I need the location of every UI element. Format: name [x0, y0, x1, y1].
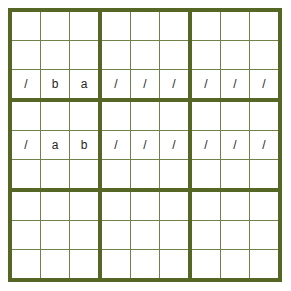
cell-r8c5[interactable]	[131, 221, 159, 249]
box-1-2: ///	[102, 12, 188, 98]
cell-r3c7[interactable]: /	[192, 70, 220, 98]
cell-r6c5[interactable]	[131, 160, 159, 188]
cell-r7c6[interactable]	[160, 192, 188, 220]
cell-r7c1[interactable]	[12, 192, 40, 220]
cell-r9c9[interactable]	[250, 250, 278, 278]
cell-r3c6[interactable]: /	[160, 70, 188, 98]
cell-r9c6[interactable]	[160, 250, 188, 278]
cell-r3c5[interactable]: /	[131, 70, 159, 98]
box-3-2	[102, 192, 188, 278]
cell-r5c3[interactable]: b	[70, 131, 98, 159]
puzzle-page: /ba///////ab//////	[0, 0, 291, 291]
cell-r4c6[interactable]	[160, 102, 188, 130]
cell-r3c9[interactable]: /	[250, 70, 278, 98]
cell-r4c8[interactable]	[221, 102, 249, 130]
cell-r4c4[interactable]	[102, 102, 130, 130]
cell-r6c7[interactable]	[192, 160, 220, 188]
cell-r6c6[interactable]	[160, 160, 188, 188]
cell-r9c1[interactable]	[12, 250, 40, 278]
cell-r4c7[interactable]	[192, 102, 220, 130]
cell-r5c4[interactable]: /	[102, 131, 130, 159]
cell-r3c8[interactable]: /	[221, 70, 249, 98]
cell-r7c4[interactable]	[102, 192, 130, 220]
cell-r4c9[interactable]	[250, 102, 278, 130]
cell-r1c6[interactable]	[160, 12, 188, 40]
cell-r5c1[interactable]: /	[12, 131, 40, 159]
box-3-1	[12, 192, 98, 278]
sudoku-board: /ba///////ab//////	[8, 8, 282, 282]
cell-r8c8[interactable]	[221, 221, 249, 249]
cell-r8c3[interactable]	[70, 221, 98, 249]
cell-r2c2[interactable]	[41, 41, 69, 69]
cell-r2c8[interactable]	[221, 41, 249, 69]
box-2-1: /ab	[12, 102, 98, 188]
cell-r7c3[interactable]	[70, 192, 98, 220]
cell-r7c2[interactable]	[41, 192, 69, 220]
cell-r9c3[interactable]	[70, 250, 98, 278]
cell-r3c1[interactable]: /	[12, 70, 40, 98]
cell-r2c6[interactable]	[160, 41, 188, 69]
cell-r7c5[interactable]	[131, 192, 159, 220]
cell-r5c9[interactable]: /	[250, 131, 278, 159]
cell-r1c9[interactable]	[250, 12, 278, 40]
cell-r5c7[interactable]: /	[192, 131, 220, 159]
cell-r6c3[interactable]	[70, 160, 98, 188]
cell-r6c8[interactable]	[221, 160, 249, 188]
cell-r8c6[interactable]	[160, 221, 188, 249]
cell-r2c9[interactable]	[250, 41, 278, 69]
cell-r2c3[interactable]	[70, 41, 98, 69]
cell-r5c8[interactable]: /	[221, 131, 249, 159]
cell-r4c2[interactable]	[41, 102, 69, 130]
cell-r3c4[interactable]: /	[102, 70, 130, 98]
cell-r1c4[interactable]	[102, 12, 130, 40]
cell-r9c8[interactable]	[221, 250, 249, 278]
cell-r8c4[interactable]	[102, 221, 130, 249]
cell-r7c8[interactable]	[221, 192, 249, 220]
cell-r1c5[interactable]	[131, 12, 159, 40]
cell-r9c4[interactable]	[102, 250, 130, 278]
cell-r3c3[interactable]: a	[70, 70, 98, 98]
cell-r8c9[interactable]	[250, 221, 278, 249]
cell-r8c1[interactable]	[12, 221, 40, 249]
cell-r2c4[interactable]	[102, 41, 130, 69]
cell-r7c7[interactable]	[192, 192, 220, 220]
cell-r1c8[interactable]	[221, 12, 249, 40]
cell-r9c5[interactable]	[131, 250, 159, 278]
cell-r7c9[interactable]	[250, 192, 278, 220]
cell-r6c9[interactable]	[250, 160, 278, 188]
cell-r2c7[interactable]	[192, 41, 220, 69]
cell-r1c1[interactable]	[12, 12, 40, 40]
cell-r4c3[interactable]	[70, 102, 98, 130]
cell-r2c5[interactable]	[131, 41, 159, 69]
box-2-3: ///	[192, 102, 278, 188]
box-1-3: ///	[192, 12, 278, 98]
cell-r2c1[interactable]	[12, 41, 40, 69]
cell-r4c5[interactable]	[131, 102, 159, 130]
cell-r3c2[interactable]: b	[41, 70, 69, 98]
cell-r4c1[interactable]	[12, 102, 40, 130]
cell-r9c2[interactable]	[41, 250, 69, 278]
cell-r8c2[interactable]	[41, 221, 69, 249]
cell-r6c1[interactable]	[12, 160, 40, 188]
cell-r5c6[interactable]: /	[160, 131, 188, 159]
box-2-2: ///	[102, 102, 188, 188]
cell-r1c7[interactable]	[192, 12, 220, 40]
cell-r1c2[interactable]	[41, 12, 69, 40]
cell-r1c3[interactable]	[70, 12, 98, 40]
cell-r6c2[interactable]	[41, 160, 69, 188]
cell-r8c7[interactable]	[192, 221, 220, 249]
box-1-1: /ba	[12, 12, 98, 98]
cell-r6c4[interactable]	[102, 160, 130, 188]
cell-r9c7[interactable]	[192, 250, 220, 278]
cell-r5c5[interactable]: /	[131, 131, 159, 159]
cell-r5c2[interactable]: a	[41, 131, 69, 159]
box-3-3	[192, 192, 278, 278]
